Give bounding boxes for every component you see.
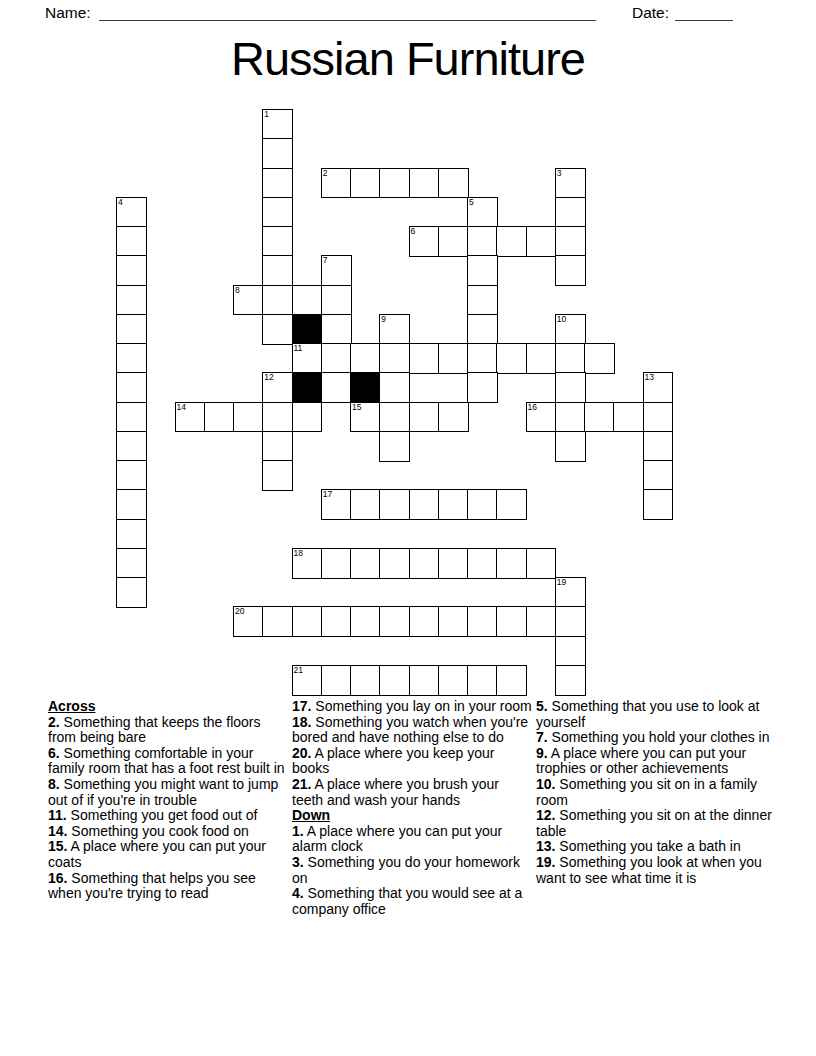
cell-number-5: 5 xyxy=(469,198,474,207)
cell-number-8: 8 xyxy=(235,286,240,295)
cell-r6c5[interactable] xyxy=(262,285,293,316)
cell-r11c18[interactable] xyxy=(643,431,674,462)
cell-r6c12[interactable] xyxy=(467,285,498,316)
cell-r8c15[interactable] xyxy=(555,343,586,374)
cell-r10c16[interactable] xyxy=(584,402,615,433)
cell-r10c4[interactable] xyxy=(233,402,264,433)
down-clue-4: 4. Something that you would see at a com… xyxy=(292,886,532,917)
across-clue-20: 20. A place where you keep your books xyxy=(292,746,532,777)
cell-number-3: 3 xyxy=(557,169,562,178)
cell-r2c10[interactable] xyxy=(409,168,440,199)
cell-r19c13[interactable] xyxy=(496,665,527,696)
cell-r17c5[interactable] xyxy=(262,606,293,637)
cell-r15c10[interactable] xyxy=(409,548,440,579)
cell-number-16: 16 xyxy=(528,403,537,412)
cell-r10c6[interactable] xyxy=(292,402,323,433)
cell-r4c13[interactable] xyxy=(496,226,527,257)
date-label: Date: xyxy=(632,4,669,21)
cell-r5c12[interactable] xyxy=(467,255,498,286)
cell-r19c10[interactable] xyxy=(409,665,440,696)
cell-number-2: 2 xyxy=(323,169,328,178)
cell-r10c18[interactable] xyxy=(643,402,674,433)
cell-r8c10[interactable] xyxy=(409,343,440,374)
cell-r9c15[interactable] xyxy=(555,372,586,403)
cell-r19c8[interactable] xyxy=(350,665,381,696)
crossword-grid: 123456789101112131415161718192021 xyxy=(116,109,674,697)
down-clue-3: 3. Something you do your homework on xyxy=(292,855,532,886)
cell-number-15: 15 xyxy=(352,403,361,412)
cell-r15c11[interactable] xyxy=(438,548,469,579)
down-clue-9: 9. A place where you can put your trophi… xyxy=(536,746,776,777)
down-clue-5: 5. Something that you use to look at you… xyxy=(536,699,776,730)
cell-r8c8[interactable] xyxy=(350,343,381,374)
cell-r7c7[interactable] xyxy=(321,314,352,345)
cell-r10c3[interactable] xyxy=(204,402,235,433)
blocked-cell-r7c6 xyxy=(292,314,323,345)
cell-r13c13[interactable] xyxy=(496,489,527,520)
down-clue-1: 1. A place where you can put your alarm … xyxy=(292,824,532,855)
cell-r10c17[interactable] xyxy=(613,402,644,433)
cell-number-7: 7 xyxy=(323,256,328,265)
cell-r12c0[interactable] xyxy=(116,460,147,491)
cell-r2c5[interactable] xyxy=(262,168,293,199)
cell-r5c0[interactable] xyxy=(116,255,147,286)
cell-number-19: 19 xyxy=(557,578,566,587)
cell-r17c9[interactable] xyxy=(379,606,410,637)
cell-number-9: 9 xyxy=(381,315,386,324)
cell-number-18: 18 xyxy=(294,549,303,558)
cell-r19c11[interactable] xyxy=(438,665,469,696)
cell-r8c9[interactable] xyxy=(379,343,410,374)
cell-r8c11[interactable] xyxy=(438,343,469,374)
cell-r4c12[interactable] xyxy=(467,226,498,257)
cell-r8c0[interactable] xyxy=(116,343,147,374)
cell-r15c14[interactable] xyxy=(526,548,557,579)
cell-r9c12[interactable] xyxy=(467,372,498,403)
cell-number-20: 20 xyxy=(235,607,244,616)
cell-number-14: 14 xyxy=(177,403,186,412)
cell-r11c15[interactable] xyxy=(555,431,586,462)
cell-r11c0[interactable] xyxy=(116,431,147,462)
cell-r15c9[interactable] xyxy=(379,548,410,579)
across-clue-8: 8. Something you might want to jump out … xyxy=(48,777,288,808)
cell-r17c6[interactable] xyxy=(292,606,323,637)
cell-r8c12[interactable] xyxy=(467,343,498,374)
cell-r4c5[interactable] xyxy=(262,226,293,257)
cell-r2c9[interactable] xyxy=(379,168,410,199)
cell-r3c5[interactable] xyxy=(262,197,293,228)
cell-r14c0[interactable] xyxy=(116,519,147,550)
cell-r10c11[interactable] xyxy=(438,402,469,433)
cell-r4c15[interactable] xyxy=(555,226,586,257)
cell-r5c5[interactable] xyxy=(262,255,293,286)
cell-r4c0[interactable] xyxy=(116,226,147,257)
cell-r12c18[interactable] xyxy=(643,460,674,491)
cell-r17c12[interactable] xyxy=(467,606,498,637)
cell-r19c12[interactable] xyxy=(467,665,498,696)
cell-number-21: 21 xyxy=(294,666,303,675)
cell-r4c14[interactable] xyxy=(526,226,557,257)
cell-r15c8[interactable] xyxy=(350,548,381,579)
cell-r10c5[interactable] xyxy=(262,402,293,433)
cell-r6c7[interactable] xyxy=(321,285,352,316)
cell-r11c5[interactable] xyxy=(262,431,293,462)
cell-r16c0[interactable] xyxy=(116,577,147,608)
clues-column-3: 5. Something that you use to look at you… xyxy=(536,699,776,886)
cell-r17c14[interactable] xyxy=(526,606,557,637)
clues-column-2: 17. Something you lay on in your room18.… xyxy=(292,699,532,917)
cell-number-12: 12 xyxy=(264,373,273,382)
cell-r11c9[interactable] xyxy=(379,431,410,462)
cell-r17c10[interactable] xyxy=(409,606,440,637)
cell-r2c11[interactable] xyxy=(438,168,469,199)
cell-r8c16[interactable] xyxy=(584,343,615,374)
cell-r13c0[interactable] xyxy=(116,489,147,520)
clues-heading-down: Down xyxy=(292,808,532,824)
cell-r19c15[interactable] xyxy=(555,665,586,696)
across-clue-2: 2. Something that keeps the floors from … xyxy=(48,715,288,746)
cell-r7c5[interactable] xyxy=(262,314,293,345)
blocked-cell-r9c6 xyxy=(292,372,323,403)
cell-r17c11[interactable] xyxy=(438,606,469,637)
cell-r13c12[interactable] xyxy=(467,489,498,520)
across-clue-15: 15. A place where you can put your coats xyxy=(48,839,288,870)
cell-r10c10[interactable] xyxy=(409,402,440,433)
cell-r3c15[interactable] xyxy=(555,197,586,228)
cell-r1c5[interactable] xyxy=(262,138,293,169)
cell-number-13: 13 xyxy=(645,373,654,382)
cell-number-11: 11 xyxy=(294,344,303,353)
cell-r10c15[interactable] xyxy=(555,402,586,433)
cell-r8c14[interactable] xyxy=(526,343,557,374)
cell-r17c13[interactable] xyxy=(496,606,527,637)
puzzle-title: Russian Furniture xyxy=(0,33,816,85)
across-clue-17: 17. Something you lay on in your room xyxy=(292,699,532,715)
cell-r9c0[interactable] xyxy=(116,372,147,403)
down-clue-7: 7. Something you hold your clothes in xyxy=(536,730,776,746)
cell-r15c13[interactable] xyxy=(496,548,527,579)
cell-r8c7[interactable] xyxy=(321,343,352,374)
cell-r4c11[interactable] xyxy=(438,226,469,257)
down-clue-19: 19. Something you look at when you want … xyxy=(536,855,776,886)
cell-r13c9[interactable] xyxy=(379,489,410,520)
cell-number-6: 6 xyxy=(411,227,416,236)
across-clue-21: 21. A place where you brush your teeth a… xyxy=(292,777,532,808)
cell-r7c12[interactable] xyxy=(467,314,498,345)
cell-r15c0[interactable] xyxy=(116,548,147,579)
cell-r7c0[interactable] xyxy=(116,314,147,345)
clues-column-1: Across2. Something that keeps the floors… xyxy=(48,699,288,902)
down-clue-12: 12. Something you sit on at the dinner t… xyxy=(536,808,776,839)
cell-number-17: 17 xyxy=(323,490,332,499)
cell-r10c0[interactable] xyxy=(116,402,147,433)
cell-r19c9[interactable] xyxy=(379,665,410,696)
down-clue-10: 10. Something you sit on in a family roo… xyxy=(536,777,776,808)
cell-number-1: 1 xyxy=(264,110,269,119)
cell-r8c13[interactable] xyxy=(496,343,527,374)
cell-r19c7[interactable] xyxy=(321,665,352,696)
cell-r9c9[interactable] xyxy=(379,372,410,403)
cell-r13c8[interactable] xyxy=(350,489,381,520)
cell-r15c7[interactable] xyxy=(321,548,352,579)
down-clue-13: 13. Something you take a bath in xyxy=(536,839,776,855)
cell-r13c10[interactable] xyxy=(409,489,440,520)
cell-r17c15[interactable] xyxy=(555,606,586,637)
cell-r13c18[interactable] xyxy=(643,489,674,520)
across-clue-6: 6. Something comfortable in your family … xyxy=(48,746,288,777)
cell-number-4: 4 xyxy=(118,198,123,207)
across-clue-18: 18. Something you watch when you're bore… xyxy=(292,715,532,746)
cell-r18c15[interactable] xyxy=(555,636,586,667)
across-clue-16: 16. Something that helps you see when yo… xyxy=(48,871,288,902)
cell-r17c8[interactable] xyxy=(350,606,381,637)
clues-heading-across: Across xyxy=(48,699,288,715)
cell-r13c11[interactable] xyxy=(438,489,469,520)
cell-r2c8[interactable] xyxy=(350,168,381,199)
cell-r6c0[interactable] xyxy=(116,285,147,316)
cell-r15c12[interactable] xyxy=(467,548,498,579)
cell-r12c5[interactable] xyxy=(262,460,293,491)
name-label: Name: xyxy=(45,4,91,21)
blocked-cell-r9c8 xyxy=(350,372,381,403)
cell-r9c7[interactable] xyxy=(321,372,352,403)
across-clue-14: 14. Something you cook food on xyxy=(48,824,288,840)
cell-r10c9[interactable] xyxy=(379,402,410,433)
cell-r6c6[interactable] xyxy=(292,285,323,316)
worksheet-page: Name: Date: Russian Furniture 1234567891… xyxy=(0,0,816,1056)
header-row: Name: Date: xyxy=(45,2,733,21)
cell-r17c7[interactable] xyxy=(321,606,352,637)
date-input-line[interactable] xyxy=(675,3,733,21)
cell-r5c15[interactable] xyxy=(555,255,586,286)
cell-number-10: 10 xyxy=(557,315,566,324)
name-input-line[interactable] xyxy=(99,3,596,21)
across-clue-11: 11. Something you get food out of xyxy=(48,808,288,824)
